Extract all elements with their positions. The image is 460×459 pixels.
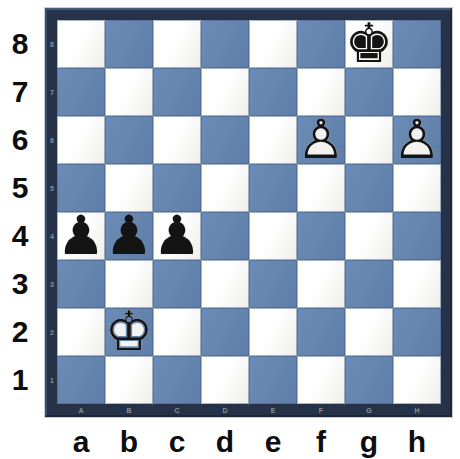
- square-g6[interactable]: [345, 116, 393, 164]
- square-d4[interactable]: [201, 212, 249, 260]
- white-king-fill: ♚: [105, 308, 153, 356]
- white-pawn-fill: ♟: [393, 116, 441, 164]
- square-c3[interactable]: [153, 260, 201, 308]
- inner-file-coord-H: H: [393, 404, 441, 417]
- rank-labels: 87654321: [0, 20, 45, 404]
- black-pawn-glyph: ♟: [153, 212, 201, 260]
- square-e6[interactable]: [249, 116, 297, 164]
- rank-label-3: 3: [0, 260, 40, 308]
- white-pawn: ♟♙: [393, 116, 441, 164]
- square-e7[interactable]: [249, 68, 297, 116]
- square-d1[interactable]: [201, 356, 249, 404]
- square-a4[interactable]: ♟: [57, 212, 105, 260]
- square-a1[interactable]: [57, 356, 105, 404]
- square-h7[interactable]: [393, 68, 441, 116]
- square-g5[interactable]: [345, 164, 393, 212]
- white-pawn-outline: ♙: [393, 116, 441, 164]
- inner-rank-coord-8: 8: [47, 20, 57, 68]
- black-pawn-glyph: ♟: [57, 212, 105, 260]
- inner-rank-coord-3: 3: [47, 260, 57, 308]
- square-c7[interactable]: [153, 68, 201, 116]
- square-d3[interactable]: [201, 260, 249, 308]
- square-a8[interactable]: [57, 20, 105, 68]
- square-b4[interactable]: ♟: [105, 212, 153, 260]
- square-b1[interactable]: [105, 356, 153, 404]
- rank-label-8: 8: [0, 20, 40, 68]
- square-c5[interactable]: [153, 164, 201, 212]
- square-h2[interactable]: [393, 308, 441, 356]
- inner-file-coord-E: E: [249, 404, 297, 417]
- square-c4[interactable]: ♟: [153, 212, 201, 260]
- white-pawn: ♟♙: [297, 116, 345, 164]
- file-label-f: f: [297, 424, 345, 459]
- square-b5[interactable]: [105, 164, 153, 212]
- black-pawn: ♟: [105, 212, 153, 260]
- inner-rank-coords: 87654321: [47, 20, 57, 404]
- square-b8[interactable]: [105, 20, 153, 68]
- square-f6[interactable]: ♟♙: [297, 116, 345, 164]
- square-d6[interactable]: [201, 116, 249, 164]
- square-b3[interactable]: [105, 260, 153, 308]
- inner-rank-coord-2: 2: [47, 308, 57, 356]
- black-pawn: ♟: [57, 212, 105, 260]
- inner-file-coord-G: G: [345, 404, 393, 417]
- square-f8[interactable]: [297, 20, 345, 68]
- black-pawn: ♟: [153, 212, 201, 260]
- square-d5[interactable]: [201, 164, 249, 212]
- square-d2[interactable]: [201, 308, 249, 356]
- white-king: ♚♔: [105, 308, 153, 356]
- black-king: ♚: [345, 20, 393, 68]
- white-pawn-outline: ♙: [297, 116, 345, 164]
- white-king-outline: ♔: [105, 308, 153, 356]
- black-pawn-glyph: ♟: [105, 212, 153, 260]
- square-c6[interactable]: [153, 116, 201, 164]
- inner-rank-coord-7: 7: [47, 68, 57, 116]
- square-f4[interactable]: [297, 212, 345, 260]
- board-frame: 87654321 ABCDEFGH ♚♟♙♟♙♟♟♟♚♔: [45, 8, 452, 417]
- rank-label-7: 7: [0, 68, 40, 116]
- inner-file-coord-F: F: [297, 404, 345, 417]
- rank-label-1: 1: [0, 356, 40, 404]
- square-f5[interactable]: [297, 164, 345, 212]
- inner-rank-coord-5: 5: [47, 164, 57, 212]
- square-f2[interactable]: [297, 308, 345, 356]
- file-labels: abcdefgh: [57, 424, 441, 459]
- square-f3[interactable]: [297, 260, 345, 308]
- square-f1[interactable]: [297, 356, 345, 404]
- square-a7[interactable]: [57, 68, 105, 116]
- square-h8[interactable]: [393, 20, 441, 68]
- rank-label-4: 4: [0, 212, 40, 260]
- rank-label-6: 6: [0, 116, 40, 164]
- square-h5[interactable]: [393, 164, 441, 212]
- chess-diagram: 87654321 87654321 ABCDEFGH ♚♟♙♟♙♟♟♟♚♔ ab…: [0, 0, 460, 459]
- square-b6[interactable]: [105, 116, 153, 164]
- square-g1[interactable]: [345, 356, 393, 404]
- square-c2[interactable]: [153, 308, 201, 356]
- square-g7[interactable]: [345, 68, 393, 116]
- square-h4[interactable]: [393, 212, 441, 260]
- square-d7[interactable]: [201, 68, 249, 116]
- inner-file-coord-A: A: [57, 404, 105, 417]
- square-c8[interactable]: [153, 20, 201, 68]
- square-e8[interactable]: [249, 20, 297, 68]
- inner-file-coords: ABCDEFGH: [57, 404, 441, 417]
- square-e1[interactable]: [249, 356, 297, 404]
- square-c1[interactable]: [153, 356, 201, 404]
- rank-label-5: 5: [0, 164, 40, 212]
- white-pawn-fill: ♟: [297, 116, 345, 164]
- square-d8[interactable]: [201, 20, 249, 68]
- square-b7[interactable]: [105, 68, 153, 116]
- square-g2[interactable]: [345, 308, 393, 356]
- square-a2[interactable]: [57, 308, 105, 356]
- rank-label-2: 2: [0, 308, 40, 356]
- file-label-g: g: [345, 424, 393, 459]
- file-label-a: a: [57, 424, 105, 459]
- inner-file-coord-D: D: [201, 404, 249, 417]
- square-g4[interactable]: [345, 212, 393, 260]
- square-h3[interactable]: [393, 260, 441, 308]
- square-a5[interactable]: [57, 164, 105, 212]
- file-label-d: d: [201, 424, 249, 459]
- square-g8[interactable]: ♚: [345, 20, 393, 68]
- square-f7[interactable]: [297, 68, 345, 116]
- square-a3[interactable]: [57, 260, 105, 308]
- square-h6[interactable]: ♟♙: [393, 116, 441, 164]
- black-king-glyph: ♚: [345, 20, 393, 68]
- square-e4[interactable]: [249, 212, 297, 260]
- file-label-c: c: [153, 424, 201, 459]
- inner-rank-coord-4: 4: [47, 212, 57, 260]
- chess-board: ♚♟♙♟♙♟♟♟♚♔: [57, 20, 441, 404]
- inner-rank-coord-6: 6: [47, 116, 57, 164]
- square-a6[interactable]: [57, 116, 105, 164]
- file-label-h: h: [393, 424, 441, 459]
- file-label-e: e: [249, 424, 297, 459]
- square-e5[interactable]: [249, 164, 297, 212]
- inner-file-coord-C: C: [153, 404, 201, 417]
- square-e3[interactable]: [249, 260, 297, 308]
- inner-rank-coord-1: 1: [47, 356, 57, 404]
- square-b2[interactable]: ♚♔: [105, 308, 153, 356]
- square-g3[interactable]: [345, 260, 393, 308]
- inner-file-coord-B: B: [105, 404, 153, 417]
- square-e2[interactable]: [249, 308, 297, 356]
- square-h1[interactable]: [393, 356, 441, 404]
- file-label-b: b: [105, 424, 153, 459]
